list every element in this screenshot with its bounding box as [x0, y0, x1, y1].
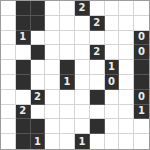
empty-cell[interactable]: [75, 16, 90, 31]
empty-cell[interactable]: [119, 45, 134, 60]
empty-cell[interactable]: [45, 119, 60, 134]
empty-cell[interactable]: [119, 16, 134, 31]
empty-cell[interactable]: [1, 75, 16, 90]
empty-cell[interactable]: [119, 60, 134, 75]
empty-cell[interactable]: [75, 75, 90, 90]
empty-cell[interactable]: [105, 105, 120, 120]
wall-cell-clue-2: 2: [31, 90, 46, 105]
empty-cell[interactable]: [45, 60, 60, 75]
empty-cell[interactable]: [60, 134, 75, 149]
empty-cell[interactable]: [60, 16, 75, 31]
empty-cell[interactable]: [90, 75, 105, 90]
wall-cell-clue-2: 2: [90, 16, 105, 31]
wall-cell-clue-1: 1: [31, 134, 46, 149]
empty-cell[interactable]: [75, 90, 90, 105]
empty-cell[interactable]: [60, 45, 75, 60]
wall-cell: [31, 16, 46, 31]
wall-cell: [31, 119, 46, 134]
wall-cell: [16, 134, 31, 149]
empty-cell[interactable]: [45, 105, 60, 120]
empty-cell[interactable]: [1, 31, 16, 46]
wall-cell-clue-2: 2: [75, 1, 90, 16]
empty-cell[interactable]: [105, 31, 120, 46]
wall-cell: [16, 1, 31, 16]
wall-cell: [60, 60, 75, 75]
empty-cell[interactable]: [119, 31, 134, 46]
wall-cell: [134, 75, 149, 90]
empty-cell[interactable]: [1, 134, 16, 149]
wall-cell-clue-0: 0: [134, 45, 149, 60]
empty-cell[interactable]: [119, 90, 134, 105]
wall-cell-clue-0: 0: [134, 90, 149, 105]
empty-cell[interactable]: [1, 60, 16, 75]
empty-cell[interactable]: [134, 16, 149, 31]
wall-cell: [16, 119, 31, 134]
empty-cell[interactable]: [90, 105, 105, 120]
empty-cell[interactable]: [75, 45, 90, 60]
wall-cell-clue-0: 0: [105, 75, 120, 90]
empty-cell[interactable]: [105, 134, 120, 149]
wall-cell: [16, 16, 31, 31]
empty-cell[interactable]: [1, 90, 16, 105]
wall-cell-clue-1: 1: [75, 134, 90, 149]
empty-cell[interactable]: [1, 1, 16, 16]
empty-cell[interactable]: [60, 90, 75, 105]
wall-cell-clue-1: 1: [60, 75, 75, 90]
empty-cell[interactable]: [75, 105, 90, 120]
empty-cell[interactable]: [45, 31, 60, 46]
wall-cell-clue-2: 2: [90, 45, 105, 60]
empty-cell[interactable]: [1, 45, 16, 60]
empty-cell[interactable]: [119, 119, 134, 134]
empty-cell[interactable]: [31, 105, 46, 120]
empty-cell[interactable]: [1, 105, 16, 120]
empty-cell[interactable]: [90, 31, 105, 46]
wall-cell: [31, 45, 46, 60]
empty-cell[interactable]: [16, 45, 31, 60]
empty-cell[interactable]: [31, 60, 46, 75]
wall-cell: [134, 60, 149, 75]
empty-cell[interactable]: [105, 45, 120, 60]
empty-cell[interactable]: [90, 60, 105, 75]
empty-cell[interactable]: [105, 90, 120, 105]
wall-cell: [31, 1, 46, 16]
empty-cell[interactable]: [105, 16, 120, 31]
empty-cell[interactable]: [1, 119, 16, 134]
empty-cell[interactable]: [119, 75, 134, 90]
empty-cell[interactable]: [75, 60, 90, 75]
empty-cell[interactable]: [31, 31, 46, 46]
wall-cell-clue-1: 1: [16, 31, 31, 46]
empty-cell[interactable]: [45, 90, 60, 105]
empty-cell[interactable]: [60, 119, 75, 134]
empty-cell[interactable]: [105, 119, 120, 134]
empty-cell[interactable]: [90, 1, 105, 16]
empty-cell[interactable]: [60, 1, 75, 16]
empty-cell[interactable]: [45, 134, 60, 149]
empty-cell[interactable]: [134, 119, 149, 134]
wall-cell-clue-1: 1: [134, 105, 149, 120]
wall-cell-clue-0: 0: [134, 31, 149, 46]
empty-cell[interactable]: [75, 31, 90, 46]
empty-cell[interactable]: [119, 105, 134, 120]
empty-cell[interactable]: [134, 134, 149, 149]
empty-cell[interactable]: [60, 105, 75, 120]
empty-cell[interactable]: [16, 90, 31, 105]
wall-cell: [16, 60, 31, 75]
wall-cell-clue-2: 2: [16, 105, 31, 120]
empty-cell[interactable]: [45, 1, 60, 16]
wall-cell: [90, 119, 105, 134]
empty-cell[interactable]: [134, 1, 149, 16]
wall-cell-clue-1: 1: [105, 60, 120, 75]
empty-cell[interactable]: [119, 1, 134, 16]
empty-cell[interactable]: [45, 45, 60, 60]
empty-cell[interactable]: [75, 119, 90, 134]
empty-cell[interactable]: [45, 16, 60, 31]
empty-cell[interactable]: [31, 75, 46, 90]
empty-cell[interactable]: [1, 16, 16, 31]
wall-cell: [16, 75, 31, 90]
empty-cell[interactable]: [60, 31, 75, 46]
empty-cell[interactable]: [105, 1, 120, 16]
empty-cell[interactable]: [90, 134, 105, 149]
empty-cell[interactable]: [119, 134, 134, 149]
empty-cell[interactable]: [45, 75, 60, 90]
wall-cell: [90, 90, 105, 105]
puzzle-board: 221020110202111: [0, 0, 150, 150]
